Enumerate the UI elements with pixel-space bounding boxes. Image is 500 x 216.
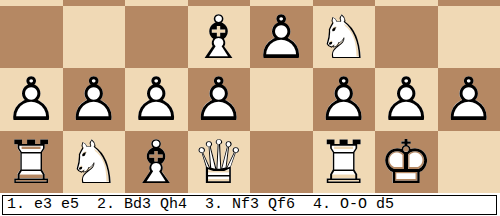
square-f3[interactable]: ♞♘: [313, 6, 376, 69]
square-d2[interactable]: ♟♙: [188, 68, 251, 131]
square-f1[interactable]: ♜♖: [313, 131, 376, 194]
square-f2[interactable]: ♟♙: [313, 68, 376, 131]
move-list: 1. e3 e5 2. Bd3 Qh4 3. Nf3 Qf6 4. O-O d5: [2, 195, 497, 215]
square-e2[interactable]: [250, 68, 313, 131]
square-a3[interactable]: [0, 6, 63, 69]
square-d3[interactable]: ♝♗: [188, 6, 251, 69]
piece-white-rook: ♜♖: [0, 131, 63, 194]
square-b1[interactable]: ♞♘: [63, 131, 126, 194]
piece-white-bishop: ♝♗: [125, 131, 188, 194]
square-h1[interactable]: [438, 131, 500, 194]
square-a2[interactable]: ♟♙: [0, 68, 63, 131]
piece-white-bishop: ♝♗: [188, 6, 251, 69]
square-a1[interactable]: ♜♖: [0, 131, 63, 194]
square-g3[interactable]: [375, 6, 438, 69]
chess-board: ♝♗♟♙♞♘♟♙♟♙♟♙♟♙♟♙♟♙♟♙♜♖♞♘♝♗♛♕♜♖♚♔: [0, 0, 500, 193]
square-e1[interactable]: [250, 131, 313, 194]
piece-white-pawn: ♟♙: [63, 68, 126, 131]
piece-white-knight: ♞♘: [313, 6, 376, 69]
square-e3[interactable]: ♟♙: [250, 6, 313, 69]
square-c3[interactable]: [125, 6, 188, 69]
piece-white-pawn: ♟♙: [438, 68, 500, 131]
square-h2[interactable]: ♟♙: [438, 68, 500, 131]
square-g2[interactable]: ♟♙: [375, 68, 438, 131]
piece-white-queen: ♛♕: [188, 131, 251, 194]
piece-white-pawn: ♟♙: [375, 68, 438, 131]
square-c2[interactable]: ♟♙: [125, 68, 188, 131]
square-d1[interactable]: ♛♕: [188, 131, 251, 194]
chess-diagram: ♝♗♟♙♞♘♟♙♟♙♟♙♟♙♟♙♟♙♟♙♜♖♞♘♝♗♛♕♜♖♚♔ 1. e3 e…: [0, 0, 500, 216]
piece-white-king: ♚♔: [375, 131, 438, 194]
piece-white-rook: ♜♖: [313, 131, 376, 194]
square-b3[interactable]: [63, 6, 126, 69]
piece-white-knight: ♞♘: [63, 131, 126, 194]
piece-white-pawn: ♟♙: [313, 68, 376, 131]
square-c1[interactable]: ♝♗: [125, 131, 188, 194]
piece-white-pawn: ♟♙: [125, 68, 188, 131]
piece-white-pawn: ♟♙: [0, 68, 63, 131]
square-b2[interactable]: ♟♙: [63, 68, 126, 131]
square-g1[interactable]: ♚♔: [375, 131, 438, 194]
square-h3[interactable]: [438, 6, 500, 69]
piece-white-pawn: ♟♙: [188, 68, 251, 131]
piece-white-pawn: ♟♙: [250, 6, 313, 69]
board-viewport: ♝♗♟♙♞♘♟♙♟♙♟♙♟♙♟♙♟♙♟♙♜♖♞♘♝♗♛♕♜♖♚♔: [0, 0, 500, 193]
